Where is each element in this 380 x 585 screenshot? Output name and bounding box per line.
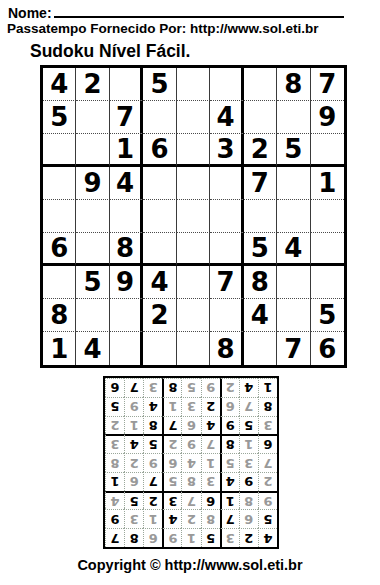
puzzle-cell-r2c4 — [143, 101, 176, 134]
puzzle-cell-r8c9: 5 — [311, 299, 344, 332]
solution-cell-r8c5: 3 — [181, 397, 200, 416]
solution-cell-r9c4: 9 — [201, 378, 220, 397]
solution-cell-r4c7: 7 — [143, 472, 162, 491]
solution-cell-r6c9: 3 — [105, 434, 124, 453]
puzzle-cell-r4c8 — [277, 167, 310, 200]
puzzle-cell-r9c8: 7 — [277, 332, 310, 365]
puzzle-cell-r1c5 — [177, 68, 210, 101]
puzzle-cell-r4c3: 4 — [110, 167, 143, 200]
puzzle-cell-r3c4: 6 — [143, 134, 176, 167]
puzzle-cell-r7c4: 4 — [143, 266, 176, 299]
solution-cell-r7c6: 7 — [162, 416, 181, 435]
puzzle-cell-r2c6: 4 — [210, 101, 243, 134]
puzzle-cell-r3c8: 5 — [277, 134, 310, 167]
solution-cell-r9c8: 7 — [124, 378, 143, 397]
puzzle-cell-r8c7: 4 — [244, 299, 277, 332]
puzzle-cell-r4c6 — [210, 167, 243, 200]
solution-cell-r8c9: 5 — [105, 397, 124, 416]
puzzle-cell-r8c5 — [177, 299, 210, 332]
puzzle-cell-r7c5 — [177, 266, 210, 299]
solution-cell-r5c7: 9 — [143, 453, 162, 472]
solution-cell-r4c2: 9 — [239, 472, 258, 491]
solution-cell-r6c5: 9 — [181, 434, 200, 453]
solution-cell-r8c6: 1 — [162, 397, 181, 416]
puzzle-cell-r5c7 — [244, 200, 277, 233]
solution-cell-r5c9: 8 — [105, 453, 124, 472]
puzzle-cell-r5c4 — [143, 200, 176, 233]
puzzle-cell-r8c4: 2 — [143, 299, 176, 332]
puzzle-cell-r1c1: 4 — [43, 68, 76, 101]
puzzle-cell-r3c2 — [76, 134, 109, 167]
solution-cell-r1c8: 8 — [124, 528, 143, 547]
solution-cell-r8c4: 2 — [201, 397, 220, 416]
puzzle-cell-r5c1 — [43, 200, 76, 233]
name-blank-line — [54, 3, 344, 18]
puzzle-cell-r5c9 — [311, 200, 344, 233]
solution-cell-r3c4: 6 — [201, 491, 220, 510]
puzzle-cell-r2c7 — [244, 101, 277, 134]
solution-cell-r5c3: 5 — [220, 453, 239, 472]
puzzle-cell-r4c4 — [143, 167, 176, 200]
solution-cell-r6c6: 2 — [162, 434, 181, 453]
puzzle-cell-r1c6 — [210, 68, 243, 101]
solution-cell-r7c7: 8 — [143, 416, 162, 435]
puzzle-cell-r9c1: 1 — [43, 332, 76, 365]
puzzle-cell-r2c8 — [277, 101, 310, 134]
puzzle-cell-r5c3 — [110, 200, 143, 233]
solution-cell-r9c1: 1 — [258, 378, 277, 397]
solution-cell-r2c6: 4 — [162, 509, 181, 528]
solution-cell-r9c2: 4 — [239, 378, 258, 397]
solution-cell-r9c7: 3 — [143, 378, 162, 397]
page-title: Sudoku Nível Fácil. — [30, 41, 190, 62]
solution-cell-r8c1: 8 — [258, 397, 277, 416]
puzzle-cell-r9c3 — [110, 332, 143, 365]
solution-cell-r5c4: 1 — [201, 453, 220, 472]
solution-cell-r1c5: 1 — [181, 528, 200, 547]
puzzle-cell-r8c3 — [110, 299, 143, 332]
puzzle-cell-r9c4 — [143, 332, 176, 365]
solution-cell-r5c1: 7 — [258, 453, 277, 472]
puzzle-cell-r3c9 — [311, 134, 344, 167]
solution-cell-r7c2: 5 — [239, 416, 258, 435]
name-row: Nome: — [8, 3, 344, 21]
solution-cell-r2c3: 7 — [220, 509, 239, 528]
puzzle-cell-r9c6: 8 — [210, 332, 243, 365]
puzzle-cell-r3c5 — [177, 134, 210, 167]
solution-cell-r3c3: 1 — [220, 491, 239, 510]
solution-cell-r5c5: 4 — [181, 453, 200, 472]
puzzle-cell-r6c8: 4 — [277, 233, 310, 266]
puzzle-cell-r2c9: 9 — [311, 101, 344, 134]
solution-cell-r1c6: 9 — [162, 528, 181, 547]
solution-cell-r2c5: 2 — [181, 509, 200, 528]
solution-cell-r7c3: 9 — [220, 416, 239, 435]
solution-cell-r6c2: 1 — [239, 434, 258, 453]
solution-cell-r8c3: 6 — [220, 397, 239, 416]
puzzle-cell-r7c1 — [43, 266, 76, 299]
puzzle-cell-r9c9: 6 — [311, 332, 344, 365]
name-label: Nome: — [8, 5, 52, 21]
solution-cell-r7c4: 4 — [201, 416, 220, 435]
puzzle-cell-r3c7: 2 — [244, 134, 277, 167]
puzzle-cell-r1c4: 5 — [143, 68, 176, 101]
puzzle-cell-r6c2 — [76, 233, 109, 266]
solution-cell-r6c4: 7 — [201, 434, 220, 453]
solution-cell-r4c1: 2 — [258, 472, 277, 491]
puzzle-cell-r4c7: 7 — [244, 167, 277, 200]
puzzle-cell-r1c2: 2 — [76, 68, 109, 101]
puzzle-cell-r8c2 — [76, 299, 109, 332]
puzzle-cell-r5c5 — [177, 200, 210, 233]
solution-cell-r8c2: 7 — [239, 397, 258, 416]
solution-cell-r1c4: 5 — [201, 528, 220, 547]
solution-cell-r8c7: 4 — [143, 397, 162, 416]
solution-cell-r2c7: 1 — [143, 509, 162, 528]
solution-cell-r7c8: 1 — [124, 416, 143, 435]
copyright-text: Copyright © http://www.sol.eti.br — [0, 557, 380, 573]
puzzle-cell-r5c2 — [76, 200, 109, 233]
puzzle-cell-r6c1: 6 — [43, 233, 76, 266]
puzzle-cell-r8c8 — [277, 299, 310, 332]
solution-cell-r1c2: 2 — [239, 528, 258, 547]
solution-cell-r1c9: 7 — [105, 528, 124, 547]
puzzle-cell-r3c1 — [43, 134, 76, 167]
solution-cell-r1c3: 3 — [220, 528, 239, 547]
solution-cell-r2c9: 9 — [105, 509, 124, 528]
solution-cell-r6c7: 5 — [143, 434, 162, 453]
solution-cell-r2c2: 6 — [239, 509, 258, 528]
puzzle-cell-r2c5 — [177, 101, 210, 134]
solution-cell-r4c5: 8 — [181, 472, 200, 491]
puzzle-cell-r2c3: 7 — [110, 101, 143, 134]
solution-cell-r4c8: 6 — [124, 472, 143, 491]
puzzle-cell-r6c4 — [143, 233, 176, 266]
solution-cell-r4c3: 4 — [220, 472, 239, 491]
puzzle-cell-r9c7 — [244, 332, 277, 365]
solution-cell-r4c6: 5 — [162, 472, 181, 491]
solution-cell-r3c1: 9 — [258, 491, 277, 510]
puzzle-cell-r6c9 — [311, 233, 344, 266]
solution-cell-r1c7: 6 — [143, 528, 162, 547]
provider-line: Passatempo Fornecido Por: http://www.sol… — [7, 21, 319, 36]
puzzle-cell-r6c6 — [210, 233, 243, 266]
puzzle-cell-r8c6 — [210, 299, 243, 332]
puzzle-cell-r3c6: 3 — [210, 134, 243, 167]
solution-cell-r3c8: 5 — [124, 491, 143, 510]
solution-cell-r1c1: 4 — [258, 528, 277, 547]
solution-cell-r5c8: 2 — [124, 453, 143, 472]
puzzle-cell-r4c5 — [177, 167, 210, 200]
solution-cell-r6c3: 8 — [220, 434, 239, 453]
puzzle-cell-r7c6: 7 — [210, 266, 243, 299]
puzzle-cell-r5c6 — [210, 200, 243, 233]
solution-cell-r4c9: 1 — [105, 472, 124, 491]
solution-cell-r6c8: 4 — [124, 434, 143, 453]
puzzle-cell-r4c9: 1 — [311, 167, 344, 200]
puzzle-cell-r4c2: 9 — [76, 167, 109, 200]
puzzle-cell-r6c3: 8 — [110, 233, 143, 266]
puzzle-cell-r7c9 — [311, 266, 344, 299]
solution-cell-r3c7: 2 — [143, 491, 162, 510]
solution-cell-r2c8: 3 — [124, 509, 143, 528]
puzzle-cell-r1c3 — [110, 68, 143, 101]
solution-cell-r9c5: 5 — [181, 378, 200, 397]
puzzle-cell-r7c3: 9 — [110, 266, 143, 299]
puzzle-cell-r7c8 — [277, 266, 310, 299]
puzzle-cell-r8c1: 8 — [43, 299, 76, 332]
sudoku-solution-grid: 4235196875678241399816732542943857617351… — [103, 376, 279, 549]
solution-cell-r3c6: 3 — [162, 491, 181, 510]
solution-cell-r6c1: 6 — [258, 434, 277, 453]
puzzle-cell-r5c8 — [277, 200, 310, 233]
puzzle-cell-r2c2 — [76, 101, 109, 134]
sudoku-puzzle-grid: 425875749163259471685459478824514876 — [40, 65, 347, 368]
puzzle-cell-r1c8: 8 — [277, 68, 310, 101]
solution-cell-r9c9: 6 — [105, 378, 124, 397]
puzzle-cell-r3c3: 1 — [110, 134, 143, 167]
solution-cell-r7c5: 6 — [181, 416, 200, 435]
puzzle-cell-r9c2: 4 — [76, 332, 109, 365]
solution-cell-r3c2: 8 — [239, 491, 258, 510]
solution-cell-r5c6: 6 — [162, 453, 181, 472]
solution-cell-r2c1: 5 — [258, 509, 277, 528]
puzzle-cell-r9c5 — [177, 332, 210, 365]
solution-cell-r2c4: 8 — [201, 509, 220, 528]
puzzle-cell-r7c7: 8 — [244, 266, 277, 299]
puzzle-cell-r1c9: 7 — [311, 68, 344, 101]
solution-cell-r8c8: 9 — [124, 397, 143, 416]
solution-cell-r5c2: 3 — [239, 453, 258, 472]
puzzle-cell-r7c2: 5 — [76, 266, 109, 299]
solution-cell-r7c9: 2 — [105, 416, 124, 435]
solution-cell-r4c4: 3 — [201, 472, 220, 491]
puzzle-cell-r2c1: 5 — [43, 101, 76, 134]
solution-cell-r3c9: 4 — [105, 491, 124, 510]
puzzle-cell-r4c1 — [43, 167, 76, 200]
puzzle-cell-r6c5 — [177, 233, 210, 266]
puzzle-cell-r1c7 — [244, 68, 277, 101]
solution-cell-r7c1: 3 — [258, 416, 277, 435]
solution-cell-r3c5: 7 — [181, 491, 200, 510]
solution-cell-r9c6: 8 — [162, 378, 181, 397]
solution-cell-r9c3: 2 — [220, 378, 239, 397]
puzzle-cell-r6c7: 5 — [244, 233, 277, 266]
